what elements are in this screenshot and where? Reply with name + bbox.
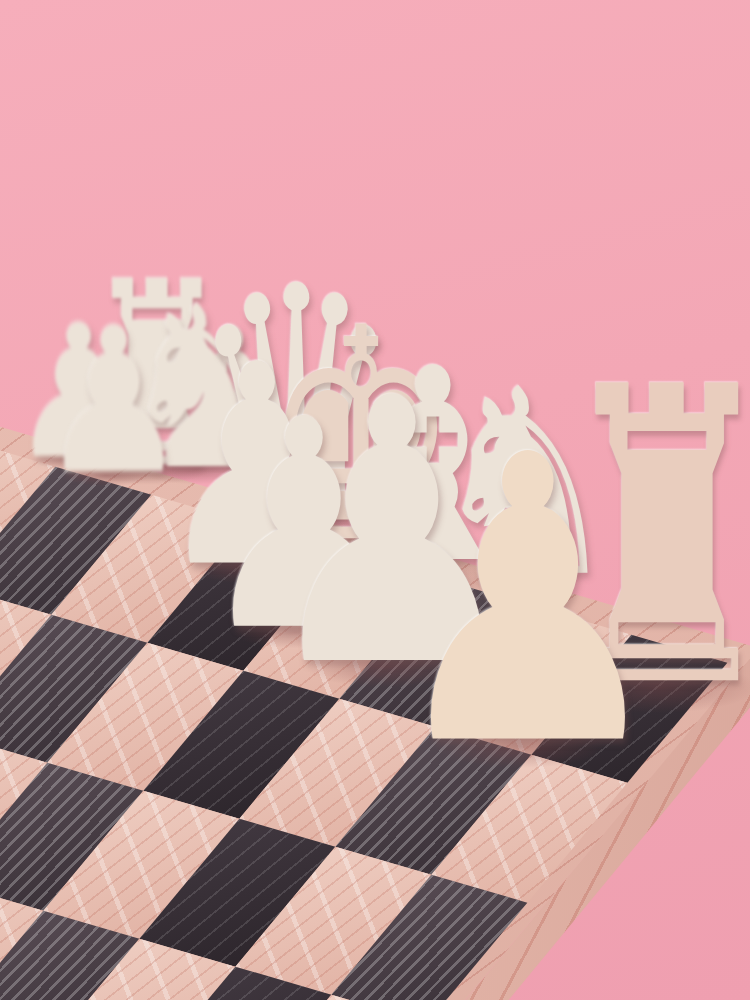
product-photo: ♟♝♜♞♟♛♚♝♟♞♟♟♜♟: [0, 0, 750, 1000]
piece-white-pawn-f2: ♟: [383, 404, 673, 799]
